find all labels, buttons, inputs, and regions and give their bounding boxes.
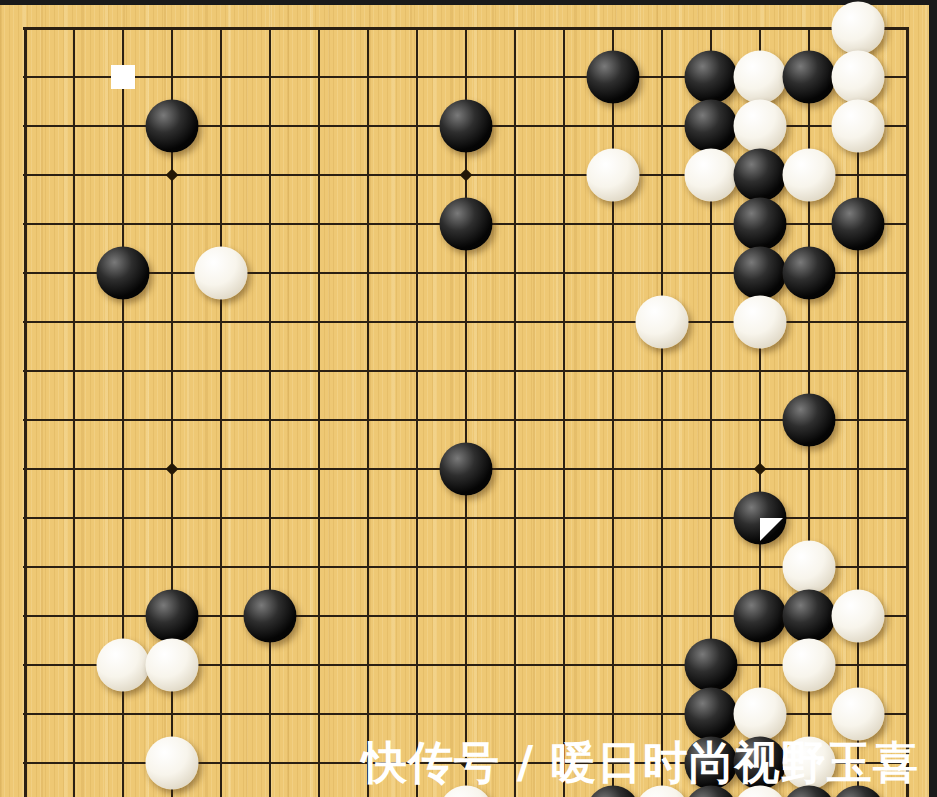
hoshi-star-point bbox=[166, 463, 179, 476]
black-stone bbox=[783, 247, 836, 300]
white-stone bbox=[734, 688, 787, 741]
white-square-marker bbox=[111, 65, 135, 89]
white-stone bbox=[832, 688, 885, 741]
black-stone bbox=[685, 51, 738, 104]
grid-hline bbox=[23, 27, 909, 30]
black-stone bbox=[734, 149, 787, 202]
top-frame-strip bbox=[0, 0, 937, 5]
grid-vline bbox=[367, 27, 369, 797]
white-stone bbox=[685, 149, 738, 202]
white-stone bbox=[832, 100, 885, 153]
black-stone bbox=[587, 51, 640, 104]
white-stone bbox=[832, 590, 885, 643]
black-stone bbox=[146, 590, 199, 643]
black-stone bbox=[440, 198, 493, 251]
grid-vline bbox=[563, 27, 565, 797]
grid-vline bbox=[24, 27, 27, 797]
go-board-screenshot: 快传号 / 暖日时尚视野玉喜 bbox=[0, 0, 937, 797]
grid-vline bbox=[318, 27, 320, 797]
hoshi-star-point bbox=[460, 169, 473, 182]
white-stone bbox=[146, 737, 199, 790]
black-stone bbox=[440, 443, 493, 496]
white-stone bbox=[783, 541, 836, 594]
black-stone bbox=[783, 590, 836, 643]
white-stone bbox=[97, 639, 150, 692]
white-stone bbox=[587, 149, 640, 202]
black-stone bbox=[440, 100, 493, 153]
white-stone bbox=[734, 51, 787, 104]
hoshi-star-point bbox=[754, 463, 767, 476]
grid-hline bbox=[23, 566, 909, 568]
black-stone bbox=[783, 394, 836, 447]
grid-vline bbox=[661, 27, 663, 797]
black-stone bbox=[685, 100, 738, 153]
white-stone bbox=[832, 2, 885, 55]
grid-vline bbox=[220, 27, 222, 797]
black-stone bbox=[146, 100, 199, 153]
right-frame-strip bbox=[929, 0, 937, 797]
black-stone bbox=[734, 590, 787, 643]
white-stone bbox=[195, 247, 248, 300]
black-stone bbox=[97, 247, 150, 300]
black-stone bbox=[244, 590, 297, 643]
white-stone bbox=[146, 639, 199, 692]
black-stone bbox=[734, 247, 787, 300]
go-board[interactable] bbox=[0, 0, 937, 797]
black-stone bbox=[832, 198, 885, 251]
grid-vline bbox=[906, 27, 909, 797]
white-stone bbox=[734, 296, 787, 349]
grid-vline bbox=[514, 27, 516, 797]
white-stone bbox=[783, 639, 836, 692]
white-stone bbox=[734, 100, 787, 153]
grid-vline bbox=[416, 27, 418, 797]
grid-vline bbox=[269, 27, 271, 797]
watermark-text: 快传号 / 暖日时尚视野玉喜 bbox=[362, 740, 919, 785]
grid-vline bbox=[73, 27, 75, 797]
black-stone bbox=[734, 198, 787, 251]
black-stone bbox=[685, 688, 738, 741]
black-stone bbox=[783, 51, 836, 104]
white-stone bbox=[832, 51, 885, 104]
grid-vline bbox=[612, 27, 614, 797]
black-stone bbox=[685, 639, 738, 692]
grid-hline bbox=[23, 370, 909, 372]
white-stone bbox=[636, 296, 689, 349]
white-stone bbox=[783, 149, 836, 202]
grid-hline bbox=[23, 419, 909, 421]
hoshi-star-point bbox=[166, 169, 179, 182]
